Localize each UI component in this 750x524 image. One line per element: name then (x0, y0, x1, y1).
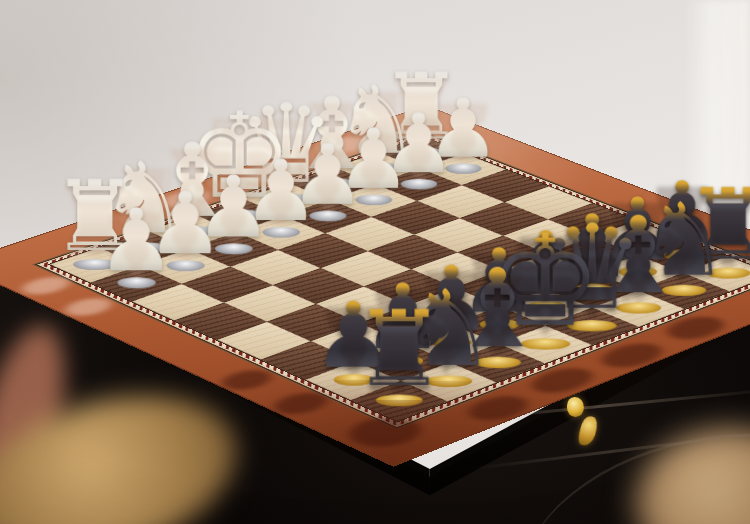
silver-base (263, 193, 309, 204)
gold-base (706, 268, 750, 279)
silver-base (171, 226, 214, 237)
silver-base (216, 209, 263, 220)
gold-base (616, 302, 661, 313)
gold-base (573, 284, 611, 295)
silver-base (356, 162, 398, 172)
silver-base (401, 147, 442, 157)
silver-base (117, 277, 155, 288)
silver-base (309, 211, 346, 222)
silver-base (73, 259, 117, 270)
gold-base (661, 285, 705, 296)
silver-base (215, 243, 253, 254)
silver-base (445, 163, 481, 173)
silver-base (311, 178, 353, 189)
gold-base (663, 249, 701, 260)
gold-base (520, 338, 570, 349)
chess-set-product-photo: ♜♜♟♟♟♟♜♜♞♞♟♟♟♟♞♞♝♝♟♟♟♟♝♝♛♛♟♟♟♟♛♛♚♚♟♟♟♟♚♚… (0, 0, 750, 524)
gold-base (618, 266, 656, 277)
gold-base (432, 337, 471, 348)
gold-base (426, 375, 472, 387)
gold-ornate-handle-icon (567, 397, 584, 417)
gold-base (474, 357, 520, 369)
gold-base (383, 355, 423, 366)
gold-base (376, 395, 423, 407)
gold-base (333, 374, 373, 386)
silver-base (400, 179, 436, 190)
silver-base (262, 227, 299, 238)
silver-base (122, 242, 166, 253)
silver-base (355, 195, 392, 206)
gold-base (527, 301, 566, 312)
gold-base (567, 320, 616, 331)
silver-base (166, 260, 204, 271)
gold-base (480, 319, 519, 330)
